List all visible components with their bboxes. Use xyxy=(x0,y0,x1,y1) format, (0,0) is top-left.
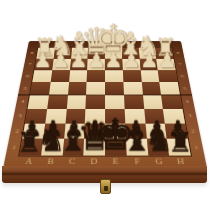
square-e5 xyxy=(105,82,124,95)
rank-label: 7 xyxy=(27,62,31,67)
board-grid: ♜♞♝♛♚♝♞♜♟♟♟♟♟♟♟♟♟♟♟♟♟♟♟♟♜♞♝♛♚♝♞♜ xyxy=(19,48,190,156)
square-a7: ♟ xyxy=(34,59,53,70)
rank-label: 4 xyxy=(184,99,189,105)
brass-clasp-icon xyxy=(100,179,111,194)
square-g1: ♞ xyxy=(146,139,169,156)
piece-white-pawn: ♟ xyxy=(157,50,176,71)
rank-label: 1 xyxy=(193,144,198,151)
square-a5 xyxy=(30,82,50,95)
piece-white-pawn: ♟ xyxy=(51,50,70,71)
square-a4 xyxy=(27,95,48,109)
square-g4 xyxy=(142,95,163,109)
square-c5 xyxy=(67,82,86,95)
rank-label: F xyxy=(134,157,141,166)
square-b6 xyxy=(50,70,69,82)
rank-label: D xyxy=(90,157,98,166)
square-a6 xyxy=(32,70,52,82)
chess-set-photo: ABCDEFGH 87654321 87654321 ♜♞♝♛♚♝♞♜♟♟♟♟♟… xyxy=(0,0,210,210)
square-b7: ♟ xyxy=(52,59,71,70)
square-h5 xyxy=(159,82,179,95)
square-d7: ♟ xyxy=(87,59,105,70)
piece-white-pawn: ♟ xyxy=(33,50,52,71)
square-d4 xyxy=(85,95,104,109)
rank-label: 6 xyxy=(25,73,29,78)
rank-label: 6 xyxy=(180,73,184,78)
square-h7: ♟ xyxy=(156,59,175,70)
piece-white-pawn: ♟ xyxy=(69,50,88,71)
rank-label: 5 xyxy=(182,86,186,91)
rank-label: H xyxy=(176,157,185,166)
rank-label: 5 xyxy=(22,86,26,91)
square-d5 xyxy=(86,82,105,95)
square-g5 xyxy=(141,82,161,95)
square-f5 xyxy=(123,82,142,95)
rank-label: 1 xyxy=(11,144,16,151)
chess-board: ABCDEFGH 87654321 87654321 ♜♞♝♛♚♝♞♜♟♟♟♟♟… xyxy=(3,41,206,167)
square-h6 xyxy=(157,70,177,82)
square-c4 xyxy=(66,95,86,109)
rank-label: C xyxy=(68,157,76,166)
square-f6 xyxy=(122,70,141,82)
square-g7: ♟ xyxy=(139,59,158,70)
piece-white-pawn: ♟ xyxy=(86,50,105,71)
square-c7: ♟ xyxy=(69,59,87,70)
square-g6 xyxy=(140,70,159,82)
square-e4 xyxy=(105,95,124,109)
rank-label: 3 xyxy=(17,113,22,119)
piece-white-pawn: ♟ xyxy=(139,50,158,71)
rank-label: E xyxy=(112,157,119,166)
square-b5 xyxy=(48,82,68,95)
square-f7: ♟ xyxy=(122,59,140,70)
square-f4 xyxy=(123,95,143,109)
square-h1: ♜ xyxy=(167,139,191,156)
piece-white-pawn: ♟ xyxy=(122,50,141,71)
piece-white-pawn: ♟ xyxy=(104,50,123,71)
square-h4 xyxy=(161,95,182,109)
square-b4 xyxy=(46,95,67,109)
rank-label: A xyxy=(24,157,33,166)
square-e6 xyxy=(105,70,123,82)
rank-label: G xyxy=(154,157,163,166)
rank-label: 4 xyxy=(20,99,25,105)
square-c6 xyxy=(68,70,87,82)
piece-black-rook: ♜ xyxy=(167,129,192,156)
square-e7: ♟ xyxy=(105,59,123,70)
rank-label: B xyxy=(46,157,54,166)
square-d6 xyxy=(86,70,104,82)
rank-label: 7 xyxy=(178,62,182,67)
